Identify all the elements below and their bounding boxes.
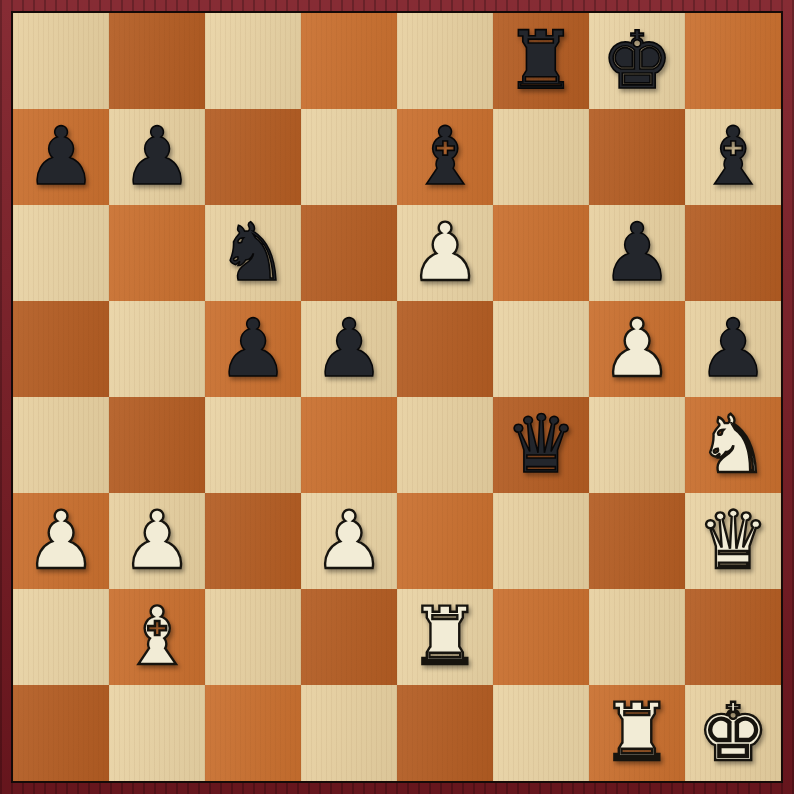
board-inner-edge: ♜♚♟♟♝♝♞♟♟♟♟♟♟♛♞♟♟♟♛♝♜♜♚: [11, 11, 783, 783]
black-queen[interactable]: ♛: [493, 397, 589, 493]
square-c8[interactable]: [205, 13, 301, 109]
square-b6[interactable]: [109, 205, 205, 301]
square-d6[interactable]: [301, 205, 397, 301]
square-f5[interactable]: [493, 301, 589, 397]
square-b2[interactable]: ♝: [109, 589, 205, 685]
square-c5[interactable]: ♟: [205, 301, 301, 397]
square-g2[interactable]: [589, 589, 685, 685]
white-pawn[interactable]: ♟: [13, 493, 109, 589]
black-pawn[interactable]: ♟: [13, 109, 109, 205]
white-king[interactable]: ♚: [685, 685, 781, 781]
black-pawn[interactable]: ♟: [301, 301, 397, 397]
square-c3[interactable]: [205, 493, 301, 589]
square-d7[interactable]: [301, 109, 397, 205]
square-f8[interactable]: ♜: [493, 13, 589, 109]
square-f3[interactable]: [493, 493, 589, 589]
square-a6[interactable]: [13, 205, 109, 301]
square-g7[interactable]: [589, 109, 685, 205]
square-e6[interactable]: ♟: [397, 205, 493, 301]
white-knight[interactable]: ♞: [685, 397, 781, 493]
white-pawn[interactable]: ♟: [589, 301, 685, 397]
square-c6[interactable]: ♞: [205, 205, 301, 301]
square-e5[interactable]: [397, 301, 493, 397]
square-c2[interactable]: [205, 589, 301, 685]
square-e4[interactable]: [397, 397, 493, 493]
white-rook[interactable]: ♜: [589, 685, 685, 781]
square-f2[interactable]: [493, 589, 589, 685]
black-bishop[interactable]: ♝: [685, 109, 781, 205]
square-c1[interactable]: [205, 685, 301, 781]
black-pawn[interactable]: ♟: [685, 301, 781, 397]
square-b1[interactable]: [109, 685, 205, 781]
square-b3[interactable]: ♟: [109, 493, 205, 589]
white-rook[interactable]: ♜: [397, 589, 493, 685]
square-h8[interactable]: [685, 13, 781, 109]
black-knight[interactable]: ♞: [205, 205, 301, 301]
square-h5[interactable]: ♟: [685, 301, 781, 397]
square-g5[interactable]: ♟: [589, 301, 685, 397]
square-a1[interactable]: [13, 685, 109, 781]
square-g6[interactable]: ♟: [589, 205, 685, 301]
square-b5[interactable]: [109, 301, 205, 397]
square-a3[interactable]: ♟: [13, 493, 109, 589]
square-h1[interactable]: ♚: [685, 685, 781, 781]
square-a2[interactable]: [13, 589, 109, 685]
square-g4[interactable]: [589, 397, 685, 493]
square-f7[interactable]: [493, 109, 589, 205]
square-h4[interactable]: ♞: [685, 397, 781, 493]
square-h6[interactable]: [685, 205, 781, 301]
black-bishop[interactable]: ♝: [397, 109, 493, 205]
square-g1[interactable]: ♜: [589, 685, 685, 781]
white-pawn[interactable]: ♟: [301, 493, 397, 589]
square-f6[interactable]: [493, 205, 589, 301]
square-b7[interactable]: ♟: [109, 109, 205, 205]
white-pawn[interactable]: ♟: [109, 493, 205, 589]
square-h7[interactable]: ♝: [685, 109, 781, 205]
square-d3[interactable]: ♟: [301, 493, 397, 589]
square-d2[interactable]: [301, 589, 397, 685]
square-e7[interactable]: ♝: [397, 109, 493, 205]
square-e2[interactable]: ♜: [397, 589, 493, 685]
square-b4[interactable]: [109, 397, 205, 493]
square-h2[interactable]: [685, 589, 781, 685]
square-h3[interactable]: ♛: [685, 493, 781, 589]
black-king[interactable]: ♚: [589, 13, 685, 109]
square-a5[interactable]: [13, 301, 109, 397]
black-pawn[interactable]: ♟: [589, 205, 685, 301]
square-d4[interactable]: [301, 397, 397, 493]
square-c4[interactable]: [205, 397, 301, 493]
square-d1[interactable]: [301, 685, 397, 781]
chess-board: ♜♚♟♟♝♝♞♟♟♟♟♟♟♛♞♟♟♟♛♝♜♜♚: [13, 13, 781, 781]
square-a8[interactable]: [13, 13, 109, 109]
square-d5[interactable]: ♟: [301, 301, 397, 397]
square-g3[interactable]: [589, 493, 685, 589]
square-d8[interactable]: [301, 13, 397, 109]
square-e3[interactable]: [397, 493, 493, 589]
square-f4[interactable]: ♛: [493, 397, 589, 493]
black-pawn[interactable]: ♟: [109, 109, 205, 205]
square-b8[interactable]: [109, 13, 205, 109]
square-a4[interactable]: [13, 397, 109, 493]
white-pawn[interactable]: ♟: [397, 205, 493, 301]
square-c7[interactable]: [205, 109, 301, 205]
white-bishop[interactable]: ♝: [109, 589, 205, 685]
square-a7[interactable]: ♟: [13, 109, 109, 205]
square-f1[interactable]: [493, 685, 589, 781]
black-pawn[interactable]: ♟: [205, 301, 301, 397]
square-g8[interactable]: ♚: [589, 13, 685, 109]
square-e1[interactable]: [397, 685, 493, 781]
black-rook[interactable]: ♜: [493, 13, 589, 109]
white-queen[interactable]: ♛: [685, 493, 781, 589]
board-frame: ♜♚♟♟♝♝♞♟♟♟♟♟♟♛♞♟♟♟♛♝♜♜♚: [0, 0, 794, 794]
square-e8[interactable]: [397, 13, 493, 109]
